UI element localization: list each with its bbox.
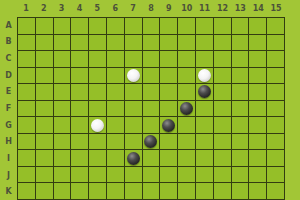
col-label-6: 6 (106, 0, 124, 17)
cell-C5[interactable] (89, 51, 106, 67)
cell-G12[interactable] (214, 117, 231, 133)
cell-F2[interactable] (36, 101, 53, 117)
col-label-5: 5 (88, 0, 106, 17)
cell-G10[interactable] (178, 117, 195, 133)
cell-F3[interactable] (54, 101, 71, 117)
cell-J14[interactable] (249, 167, 266, 183)
cell-B7[interactable] (125, 35, 142, 51)
cell-D15[interactable] (267, 68, 284, 84)
cell-I8[interactable] (143, 150, 160, 166)
cell-I11[interactable] (196, 150, 213, 166)
cell-J4[interactable] (71, 167, 88, 183)
cell-K11[interactable] (196, 183, 213, 199)
cell-H6[interactable] (107, 134, 124, 150)
cell-K6[interactable] (107, 183, 124, 199)
white-stone-D11 (198, 69, 211, 82)
cell-K14[interactable] (249, 183, 266, 199)
cell-B2[interactable] (36, 35, 53, 51)
cell-G11[interactable] (196, 117, 213, 133)
cell-G2[interactable] (36, 117, 53, 133)
cell-D9[interactable] (160, 68, 177, 84)
cell-D3[interactable] (54, 68, 71, 84)
cell-A5[interactable] (89, 18, 106, 34)
cell-H15[interactable] (267, 134, 284, 150)
cell-G1[interactable] (18, 117, 35, 133)
cell-J11[interactable] (196, 167, 213, 183)
white-stone-D7 (127, 69, 140, 82)
cell-I12[interactable] (214, 150, 231, 166)
cell-D14[interactable] (249, 68, 266, 84)
cell-J13[interactable] (232, 167, 249, 183)
black-stone-E11 (198, 85, 211, 98)
cell-I1[interactable] (18, 150, 35, 166)
cell-B14[interactable] (249, 35, 266, 51)
cell-I5[interactable] (89, 150, 106, 166)
cell-C12[interactable] (214, 51, 231, 67)
black-stone-H8 (144, 135, 157, 148)
row-label-B: B (0, 34, 17, 51)
cell-A2[interactable] (36, 18, 53, 34)
cell-A7[interactable] (125, 18, 142, 34)
cell-K5[interactable] (89, 183, 106, 199)
cell-F12[interactable] (214, 101, 231, 117)
cell-J7[interactable] (125, 167, 142, 183)
cell-J12[interactable] (214, 167, 231, 183)
row-label-J: J (0, 167, 17, 184)
row-labels: ABCDEFGHIJK (0, 17, 17, 200)
cell-G14[interactable] (249, 117, 266, 133)
cell-I15[interactable] (267, 150, 284, 166)
cell-B6[interactable] (107, 35, 124, 51)
cell-K1[interactable] (18, 183, 35, 199)
row-label-E: E (0, 84, 17, 101)
cell-A9[interactable] (160, 18, 177, 34)
row-label-K: K (0, 183, 17, 200)
cell-F13[interactable] (232, 101, 249, 117)
cell-G8[interactable] (143, 117, 160, 133)
cell-B8[interactable] (143, 35, 160, 51)
cell-G7[interactable] (125, 117, 142, 133)
cell-B12[interactable] (214, 35, 231, 51)
cell-G13[interactable] (232, 117, 249, 133)
white-stone-G5 (91, 119, 104, 132)
cell-A15[interactable] (267, 18, 284, 34)
cell-C8[interactable] (143, 51, 160, 67)
cell-D2[interactable] (36, 68, 53, 84)
cell-G4[interactable] (71, 117, 88, 133)
cell-H3[interactable] (54, 134, 71, 150)
cell-A13[interactable] (232, 18, 249, 34)
cell-E1[interactable] (18, 84, 35, 100)
black-stone-G9 (162, 119, 175, 132)
row-label-F: F (0, 100, 17, 117)
cell-E13[interactable] (232, 84, 249, 100)
cell-F9[interactable] (160, 101, 177, 117)
cell-G3[interactable] (54, 117, 71, 133)
cell-I3[interactable] (54, 150, 71, 166)
cell-C4[interactable] (71, 51, 88, 67)
cell-J9[interactable] (160, 167, 177, 183)
cell-I9[interactable] (160, 150, 177, 166)
cell-G15[interactable] (267, 117, 284, 133)
cell-H4[interactable] (71, 134, 88, 150)
cell-K7[interactable] (125, 183, 142, 199)
cell-C2[interactable] (36, 51, 53, 67)
cell-E9[interactable] (160, 84, 177, 100)
cell-I14[interactable] (249, 150, 266, 166)
cell-C10[interactable] (178, 51, 195, 67)
cell-A1[interactable] (18, 18, 35, 34)
cell-K2[interactable] (36, 183, 53, 199)
cell-J3[interactable] (54, 167, 71, 183)
cell-K9[interactable] (160, 183, 177, 199)
cell-E15[interactable] (267, 84, 284, 100)
cell-A8[interactable] (143, 18, 160, 34)
cell-E12[interactable] (214, 84, 231, 100)
col-label-1: 1 (17, 0, 35, 17)
cell-J8[interactable] (143, 167, 160, 183)
cell-D8[interactable] (143, 68, 160, 84)
cell-J6[interactable] (107, 167, 124, 183)
cell-F8[interactable] (143, 101, 160, 117)
cell-B15[interactable] (267, 35, 284, 51)
cell-C15[interactable] (267, 51, 284, 67)
cell-H14[interactable] (249, 134, 266, 150)
black-stone-I7 (127, 152, 140, 165)
row-label-A: A (0, 17, 17, 34)
cell-H8[interactable] (143, 134, 160, 150)
cell-G5[interactable] (89, 117, 106, 133)
cell-K4[interactable] (71, 183, 88, 199)
row-label-I: I (0, 150, 17, 167)
col-label-2: 2 (35, 0, 53, 17)
cell-G6[interactable] (107, 117, 124, 133)
cell-J15[interactable] (267, 167, 284, 183)
cell-I13[interactable] (232, 150, 249, 166)
cell-J10[interactable] (178, 167, 195, 183)
col-label-7: 7 (124, 0, 142, 17)
cell-H13[interactable] (232, 134, 249, 150)
cell-J1[interactable] (18, 167, 35, 183)
col-label-8: 8 (142, 0, 160, 17)
cell-H5[interactable] (89, 134, 106, 150)
cell-J5[interactable] (89, 167, 106, 183)
cell-B10[interactable] (178, 35, 195, 51)
cell-C13[interactable] (232, 51, 249, 67)
cell-C9[interactable] (160, 51, 177, 67)
cell-B5[interactable] (89, 35, 106, 51)
cell-E3[interactable] (54, 84, 71, 100)
cell-H1[interactable] (18, 134, 35, 150)
cell-H7[interactable] (125, 134, 142, 150)
cell-A14[interactable] (249, 18, 266, 34)
col-label-15: 15 (267, 0, 285, 17)
cell-D13[interactable] (232, 68, 249, 84)
cell-C7[interactable] (125, 51, 142, 67)
cell-D11[interactable] (196, 68, 213, 84)
cell-B11[interactable] (196, 35, 213, 51)
cell-I2[interactable] (36, 150, 53, 166)
cell-I7[interactable] (125, 150, 142, 166)
col-label-12: 12 (214, 0, 232, 17)
col-label-9: 9 (160, 0, 178, 17)
cell-B1[interactable] (18, 35, 35, 51)
cell-C11[interactable] (196, 51, 213, 67)
cell-E2[interactable] (36, 84, 53, 100)
cell-E5[interactable] (89, 84, 106, 100)
row-label-G: G (0, 117, 17, 134)
cell-K8[interactable] (143, 183, 160, 199)
cell-B13[interactable] (232, 35, 249, 51)
col-label-11: 11 (196, 0, 214, 17)
cell-D7[interactable] (125, 68, 142, 84)
cell-E8[interactable] (143, 84, 160, 100)
cell-C1[interactable] (18, 51, 35, 67)
cell-F11[interactable] (196, 101, 213, 117)
cell-E4[interactable] (71, 84, 88, 100)
cell-D10[interactable] (178, 68, 195, 84)
cell-B3[interactable] (54, 35, 71, 51)
cell-H10[interactable] (178, 134, 195, 150)
cell-E7[interactable] (125, 84, 142, 100)
col-label-10: 10 (178, 0, 196, 17)
cell-A6[interactable] (107, 18, 124, 34)
cell-E10[interactable] (178, 84, 195, 100)
cell-F5[interactable] (89, 101, 106, 117)
black-stone-F10 (180, 102, 193, 115)
col-label-3: 3 (53, 0, 71, 17)
cell-D12[interactable] (214, 68, 231, 84)
cell-K10[interactable] (178, 183, 195, 199)
col-label-14: 14 (249, 0, 267, 17)
cell-F14[interactable] (249, 101, 266, 117)
cell-A10[interactable] (178, 18, 195, 34)
cell-I4[interactable] (71, 150, 88, 166)
cell-K15[interactable] (267, 183, 284, 199)
cell-A3[interactable] (54, 18, 71, 34)
cell-J2[interactable] (36, 167, 53, 183)
row-label-C: C (0, 50, 17, 67)
cell-F15[interactable] (267, 101, 284, 117)
game-board (17, 17, 285, 200)
cell-K12[interactable] (214, 183, 231, 199)
cell-K13[interactable] (232, 183, 249, 199)
cell-A12[interactable] (214, 18, 231, 34)
cell-D4[interactable] (71, 68, 88, 84)
cell-C3[interactable] (54, 51, 71, 67)
cell-F7[interactable] (125, 101, 142, 117)
cell-I6[interactable] (107, 150, 124, 166)
cell-C14[interactable] (249, 51, 266, 67)
cell-F1[interactable] (18, 101, 35, 117)
cell-D5[interactable] (89, 68, 106, 84)
cell-E11[interactable] (196, 84, 213, 100)
cell-G9[interactable] (160, 117, 177, 133)
row-label-D: D (0, 67, 17, 84)
cell-H11[interactable] (196, 134, 213, 150)
cell-B4[interactable] (71, 35, 88, 51)
cell-E6[interactable] (107, 84, 124, 100)
cell-B9[interactable] (160, 35, 177, 51)
cell-F4[interactable] (71, 101, 88, 117)
cell-F6[interactable] (107, 101, 124, 117)
cell-C6[interactable] (107, 51, 124, 67)
cell-D1[interactable] (18, 68, 35, 84)
col-label-13: 13 (231, 0, 249, 17)
cell-H9[interactable] (160, 134, 177, 150)
col-label-4: 4 (71, 0, 89, 17)
cell-H2[interactable] (36, 134, 53, 150)
cell-I10[interactable] (178, 150, 195, 166)
cell-H12[interactable] (214, 134, 231, 150)
cell-A11[interactable] (196, 18, 213, 34)
cell-F10[interactable] (178, 101, 195, 117)
cell-D6[interactable] (107, 68, 124, 84)
cell-A4[interactable] (71, 18, 88, 34)
gomoku-board-screen: 123456789101112131415 ABCDEFGHIJK (0, 0, 300, 200)
row-label-H: H (0, 133, 17, 150)
cell-E14[interactable] (249, 84, 266, 100)
cell-K3[interactable] (54, 183, 71, 199)
column-labels: 123456789101112131415 (17, 0, 285, 17)
